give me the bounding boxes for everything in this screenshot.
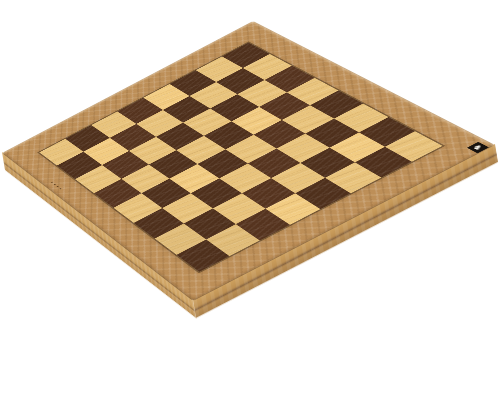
knight-logo-icon: ♞ bbox=[470, 144, 485, 152]
product-photo: ♞ ∙∙∙∙ bbox=[0, 0, 500, 418]
chessboard: ♞ ∙∙∙∙ bbox=[2, 21, 495, 301]
maker-stamp: ∙∙∙∙ bbox=[48, 180, 65, 191]
